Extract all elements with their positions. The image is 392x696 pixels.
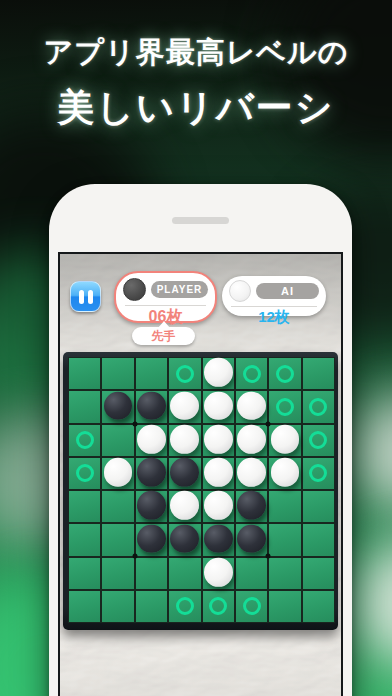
board-cell-b7[interactable] — [102, 558, 133, 589]
white-disc — [170, 425, 199, 454]
white-disc — [237, 458, 266, 487]
white-disc-icon — [229, 280, 251, 302]
board-cell-h2[interactable] — [303, 391, 334, 422]
board-cell-g3[interactable] — [269, 425, 300, 456]
board-cell-d4[interactable] — [169, 458, 200, 489]
board-cell-f8[interactable] — [236, 591, 267, 622]
board-cell-h7[interactable] — [303, 558, 334, 589]
board-cell-b3[interactable] — [102, 425, 133, 456]
pause-button[interactable] — [70, 281, 101, 312]
board-cell-c6[interactable] — [136, 524, 167, 555]
black-disc — [237, 524, 266, 553]
board-cell-f7[interactable] — [236, 558, 267, 589]
board-cell-d2[interactable] — [169, 391, 200, 422]
board-cell-c1[interactable] — [136, 358, 167, 389]
board-cell-a1[interactable] — [69, 358, 100, 389]
board-cell-b6[interactable] — [102, 524, 133, 555]
board-cell-b8[interactable] — [102, 591, 133, 622]
player-score-card: PLAYER 06枚 — [114, 271, 217, 323]
legal-move-hint[interactable] — [243, 597, 261, 615]
legal-move-hint[interactable] — [276, 365, 294, 383]
black-disc — [204, 524, 233, 553]
ai-score-card: AI 12枚 — [222, 276, 326, 316]
board-star-dot — [133, 422, 138, 427]
black-disc — [237, 491, 266, 520]
board-cell-g5[interactable] — [269, 491, 300, 522]
board-cell-e5[interactable] — [203, 491, 234, 522]
board-cell-a4[interactable] — [69, 458, 100, 489]
legal-move-hint[interactable] — [209, 597, 227, 615]
board-cell-c7[interactable] — [136, 558, 167, 589]
board-cell-h8[interactable] — [303, 591, 334, 622]
white-disc — [237, 425, 266, 454]
board-cell-a7[interactable] — [69, 558, 100, 589]
ai-name-pill: AI — [256, 283, 319, 299]
white-disc — [204, 458, 233, 487]
headline-line-1: アプリ界最高レベルの — [0, 36, 392, 69]
board-cell-c8[interactable] — [136, 591, 167, 622]
board-cell-c4[interactable] — [136, 458, 167, 489]
white-disc — [137, 425, 166, 454]
board-star-dot — [133, 554, 138, 559]
board-cell-g7[interactable] — [269, 558, 300, 589]
board-cell-f2[interactable] — [236, 391, 267, 422]
white-disc — [204, 558, 233, 587]
board-cell-c5[interactable] — [136, 491, 167, 522]
legal-move-hint[interactable] — [176, 365, 194, 383]
board-cell-d5[interactable] — [169, 491, 200, 522]
black-disc — [170, 524, 199, 553]
ai-score: 12枚 — [222, 308, 326, 327]
white-disc — [204, 358, 233, 387]
white-disc — [204, 425, 233, 454]
legal-move-hint[interactable] — [276, 398, 294, 416]
board-cell-h5[interactable] — [303, 491, 334, 522]
board-cell-a6[interactable] — [69, 524, 100, 555]
board-cell-g8[interactable] — [269, 591, 300, 622]
app-store-screenshot: アプリ界最高レベルの 美しいリバーシ — [0, 0, 392, 696]
legal-move-hint[interactable] — [309, 398, 327, 416]
board-cell-d1[interactable] — [169, 358, 200, 389]
board-cell-f1[interactable] — [236, 358, 267, 389]
board-cell-a3[interactable] — [69, 425, 100, 456]
board-cell-e1[interactable] — [203, 358, 234, 389]
black-disc — [137, 524, 166, 553]
black-disc-icon — [123, 278, 146, 301]
board-cell-h3[interactable] — [303, 425, 334, 456]
card-divider — [231, 306, 317, 307]
board-cell-e2[interactable] — [203, 391, 234, 422]
black-disc — [104, 391, 133, 420]
board-cell-b2[interactable] — [102, 391, 133, 422]
board-cell-c2[interactable] — [136, 391, 167, 422]
board-cell-g6[interactable] — [269, 524, 300, 555]
board-cell-f6[interactable] — [236, 524, 267, 555]
board-cell-b4[interactable] — [102, 458, 133, 489]
black-disc — [170, 458, 199, 487]
board-cell-h1[interactable] — [303, 358, 334, 389]
board-cell-a8[interactable] — [69, 591, 100, 622]
reversi-board — [68, 357, 335, 623]
turn-badge-pointer-icon — [158, 321, 170, 328]
legal-move-hint[interactable] — [76, 431, 94, 449]
bokeh-white-disc-blob — [348, 395, 392, 510]
headline-line-2: 美しいリバーシ — [0, 83, 392, 133]
board-cell-a2[interactable] — [69, 391, 100, 422]
legal-move-hint[interactable] — [309, 431, 327, 449]
legal-move-hint[interactable] — [176, 597, 194, 615]
white-disc — [271, 458, 300, 487]
board-cell-d8[interactable] — [169, 591, 200, 622]
board-cell-e4[interactable] — [203, 458, 234, 489]
board-cell-d6[interactable] — [169, 524, 200, 555]
white-disc — [237, 391, 266, 420]
board-cell-e8[interactable] — [203, 591, 234, 622]
white-disc — [104, 458, 133, 487]
board-cell-c3[interactable] — [136, 425, 167, 456]
board-cell-f3[interactable] — [236, 425, 267, 456]
board-star-dot — [265, 422, 270, 427]
board-cell-h4[interactable] — [303, 458, 334, 489]
bokeh-white-disc-blob — [350, 540, 392, 665]
board-cell-b1[interactable] — [102, 358, 133, 389]
board-cell-h6[interactable] — [303, 524, 334, 555]
board-frame — [63, 352, 338, 630]
black-disc — [137, 458, 166, 487]
turn-badge: 先手 — [132, 327, 195, 345]
phone-mockup: PLAYER 06枚 先手 AI 12枚 — [49, 184, 352, 696]
player-name-pill: PLAYER — [151, 281, 208, 298]
board-cell-b5[interactable] — [102, 491, 133, 522]
legal-move-hint[interactable] — [309, 464, 327, 482]
board-cell-a5[interactable] — [69, 491, 100, 522]
board-star-dot — [265, 554, 270, 559]
board-cell-f5[interactable] — [236, 491, 267, 522]
legal-move-hint[interactable] — [76, 464, 94, 482]
game-screen: PLAYER 06枚 先手 AI 12枚 — [58, 252, 343, 696]
headline: アプリ界最高レベルの 美しいリバーシ — [0, 36, 392, 133]
white-disc — [271, 425, 300, 454]
white-disc — [170, 491, 199, 520]
board-cell-d3[interactable] — [169, 425, 200, 456]
legal-move-hint[interactable] — [243, 365, 261, 383]
black-disc — [137, 391, 166, 420]
card-divider — [125, 305, 206, 306]
pause-icon — [79, 290, 93, 304]
board-cell-g1[interactable] — [269, 358, 300, 389]
board-cell-f4[interactable] — [236, 458, 267, 489]
black-disc — [137, 491, 166, 520]
white-disc — [170, 391, 199, 420]
turn-badge-label: 先手 — [152, 328, 176, 345]
white-disc — [204, 391, 233, 420]
board-cell-e3[interactable] — [203, 425, 234, 456]
board-cell-g4[interactable] — [269, 458, 300, 489]
board-cell-e6[interactable] — [203, 524, 234, 555]
board-cell-e7[interactable] — [203, 558, 234, 589]
board-cell-g2[interactable] — [269, 391, 300, 422]
phone-speaker — [172, 217, 229, 224]
white-disc — [204, 491, 233, 520]
board-cell-d7[interactable] — [169, 558, 200, 589]
